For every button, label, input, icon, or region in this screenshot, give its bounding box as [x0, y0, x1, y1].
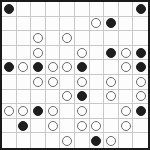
cell-r5c4[interactable]	[46, 60, 61, 75]
cell-r2c8[interactable]	[104, 17, 119, 32]
cell-r5c10[interactable]	[133, 60, 148, 75]
black-circle	[136, 4, 146, 14]
cell-r5c5[interactable]	[60, 60, 75, 75]
cell-r10c1[interactable]	[2, 133, 17, 148]
cell-r3c10[interactable]	[133, 31, 148, 46]
cell-r3c3[interactable]	[31, 31, 46, 46]
black-circle	[4, 62, 14, 72]
cell-r8c5[interactable]	[60, 104, 75, 119]
cell-r9c10[interactable]	[133, 119, 148, 134]
cell-r1c8[interactable]	[104, 2, 119, 17]
cell-r8c7[interactable]	[90, 104, 105, 119]
cell-r1c3[interactable]	[31, 2, 46, 17]
cell-r2c9[interactable]	[119, 17, 134, 32]
cell-r7c3[interactable]	[31, 90, 46, 105]
cell-r8c4[interactable]	[46, 104, 61, 119]
white-circle	[48, 77, 58, 87]
cell-r9c6[interactable]	[75, 119, 90, 134]
white-circle	[77, 48, 87, 58]
white-circle	[121, 48, 131, 58]
white-circle	[62, 136, 72, 146]
cell-r9c8[interactable]	[104, 119, 119, 134]
cell-r7c1[interactable]	[2, 90, 17, 105]
cell-r5c6[interactable]	[75, 60, 90, 75]
cell-r7c8[interactable]	[104, 90, 119, 105]
black-circle	[77, 62, 87, 72]
black-circle	[77, 91, 87, 101]
cell-r3c6[interactable]	[75, 31, 90, 46]
cell-r5c1[interactable]	[2, 60, 17, 75]
cell-r3c1[interactable]	[2, 31, 17, 46]
cell-r2c3[interactable]	[31, 17, 46, 32]
cell-r8c1[interactable]	[2, 104, 17, 119]
cell-r3c2[interactable]	[17, 31, 32, 46]
cell-r4c4[interactable]	[46, 46, 61, 61]
cell-r1c2[interactable]	[17, 2, 32, 17]
cell-r10c6[interactable]	[75, 133, 90, 148]
white-circle	[77, 106, 87, 116]
white-circle	[33, 48, 43, 58]
cell-r4c5[interactable]	[60, 46, 75, 61]
cell-r9c1[interactable]	[2, 119, 17, 134]
cell-r6c5[interactable]	[60, 75, 75, 90]
cell-r2c1[interactable]	[2, 17, 17, 32]
white-circle	[77, 77, 87, 87]
cell-r3c8[interactable]	[104, 31, 119, 46]
cell-r6c10[interactable]	[133, 75, 148, 90]
cell-r6c6[interactable]	[75, 75, 90, 90]
white-circle	[62, 33, 72, 43]
white-circle	[121, 121, 131, 131]
cell-r8c3[interactable]	[31, 104, 46, 119]
black-circle	[136, 106, 146, 116]
white-circle	[106, 77, 116, 87]
cell-r9c2[interactable]	[17, 119, 32, 134]
white-circle	[18, 62, 28, 72]
cell-r10c9[interactable]	[119, 133, 134, 148]
cell-r5c7[interactable]	[90, 60, 105, 75]
cell-r1c1[interactable]	[2, 2, 17, 17]
cell-r6c9[interactable]	[119, 75, 134, 90]
cell-r4c3[interactable]	[31, 46, 46, 61]
cell-r2c2[interactable]	[17, 17, 32, 32]
cell-r2c10[interactable]	[133, 17, 148, 32]
cell-r3c5[interactable]	[60, 31, 75, 46]
cell-r1c5[interactable]	[60, 2, 75, 17]
cell-r5c8[interactable]	[104, 60, 119, 75]
cell-r8c6[interactable]	[75, 104, 90, 119]
cell-r6c2[interactable]	[17, 75, 32, 90]
white-circle	[18, 106, 28, 116]
cell-r9c7[interactable]	[90, 119, 105, 134]
cell-r8c2[interactable]	[17, 104, 32, 119]
cell-r7c10[interactable]	[133, 90, 148, 105]
cell-r5c2[interactable]	[17, 60, 32, 75]
cell-r4c1[interactable]	[2, 46, 17, 61]
cell-r9c4[interactable]	[46, 119, 61, 134]
cell-r6c3[interactable]	[31, 75, 46, 90]
cell-r10c5[interactable]	[60, 133, 75, 148]
cell-r3c4[interactable]	[46, 31, 61, 46]
cell-r9c5[interactable]	[60, 119, 75, 134]
cell-r6c4[interactable]	[46, 75, 61, 90]
cell-r5c9[interactable]	[119, 60, 134, 75]
white-circle	[106, 91, 116, 101]
black-circle	[136, 48, 146, 58]
cell-r10c8[interactable]	[104, 133, 119, 148]
cell-r10c10[interactable]	[133, 133, 148, 148]
cell-r6c8[interactable]	[104, 75, 119, 90]
cell-r7c9[interactable]	[119, 90, 134, 105]
cell-r4c10[interactable]	[133, 46, 148, 61]
cell-r7c7[interactable]	[90, 90, 105, 105]
cell-r2c4[interactable]	[46, 17, 61, 32]
black-circle	[33, 106, 43, 116]
white-circle	[106, 136, 116, 146]
cell-r1c7[interactable]	[90, 2, 105, 17]
cell-r9c9[interactable]	[119, 119, 134, 134]
cell-r4c6[interactable]	[75, 46, 90, 61]
cell-r8c9[interactable]	[119, 104, 134, 119]
cell-r4c7[interactable]	[90, 46, 105, 61]
black-circle	[4, 4, 14, 14]
cell-r3c7[interactable]	[90, 31, 105, 46]
white-circle	[62, 62, 72, 72]
cell-r1c9[interactable]	[119, 2, 134, 17]
cell-r1c6[interactable]	[75, 2, 90, 17]
white-circle	[62, 91, 72, 101]
cell-r4c2[interactable]	[17, 46, 32, 61]
masyu-board	[0, 0, 150, 150]
black-circle	[106, 48, 116, 58]
cell-r10c2[interactable]	[17, 133, 32, 148]
white-circle	[91, 121, 101, 131]
white-circle	[121, 106, 131, 116]
cell-r2c5[interactable]	[60, 17, 75, 32]
white-circle	[33, 33, 43, 43]
white-circle	[4, 106, 14, 116]
cell-r4c9[interactable]	[119, 46, 134, 61]
black-circle	[18, 121, 28, 131]
black-circle	[91, 136, 101, 146]
cell-r1c10[interactable]	[133, 2, 148, 17]
cell-r9c3[interactable]	[31, 119, 46, 134]
white-circle	[121, 62, 131, 72]
white-circle	[48, 121, 58, 131]
cell-r6c1[interactable]	[2, 75, 17, 90]
cell-r7c4[interactable]	[46, 90, 61, 105]
white-circle	[136, 91, 146, 101]
cell-r1c4[interactable]	[46, 2, 61, 17]
cell-r7c2[interactable]	[17, 90, 32, 105]
puzzle-page	[0, 0, 150, 150]
cell-r10c3[interactable]	[31, 133, 46, 148]
white-circle	[77, 121, 87, 131]
white-circle	[91, 18, 101, 28]
cell-r10c4[interactable]	[46, 133, 61, 148]
cell-r7c5[interactable]	[60, 90, 75, 105]
cell-r2c6[interactable]	[75, 17, 90, 32]
cell-r2c7[interactable]	[90, 17, 105, 32]
cell-r7c6[interactable]	[75, 90, 90, 105]
white-circle	[33, 77, 43, 87]
cell-r3c9[interactable]	[119, 31, 134, 46]
cell-r10c7[interactable]	[90, 133, 105, 148]
cell-r6c7[interactable]	[90, 75, 105, 90]
black-circle	[33, 62, 43, 72]
white-circle	[48, 106, 58, 116]
white-circle	[48, 62, 58, 72]
black-circle	[136, 62, 146, 72]
cell-r8c10[interactable]	[133, 104, 148, 119]
cell-r4c8[interactable]	[104, 46, 119, 61]
black-circle	[106, 18, 116, 28]
cell-r8c8[interactable]	[104, 104, 119, 119]
white-circle	[136, 77, 146, 87]
cell-r5c3[interactable]	[31, 60, 46, 75]
